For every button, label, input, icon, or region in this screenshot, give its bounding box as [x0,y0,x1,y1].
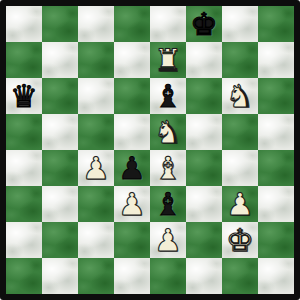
square-e1[interactable] [150,258,186,294]
square-b6[interactable] [42,78,78,114]
square-a7[interactable] [6,42,42,78]
square-h7[interactable] [258,42,294,78]
square-b8[interactable] [42,6,78,42]
black-bishop[interactable]: ♝ [154,186,182,222]
square-f6[interactable] [186,78,222,114]
square-d1[interactable] [114,258,150,294]
black-king[interactable]: ♚ [190,6,218,42]
square-b3[interactable] [42,186,78,222]
white-pawn[interactable]: ♟ [154,222,182,258]
square-f3[interactable] [186,186,222,222]
square-d8[interactable] [114,6,150,42]
square-h3[interactable] [258,186,294,222]
square-d2[interactable] [114,222,150,258]
square-c1[interactable] [78,258,114,294]
square-g6[interactable]: ♞ [222,78,258,114]
white-bishop[interactable]: ♝ [154,150,182,186]
square-d6[interactable] [114,78,150,114]
square-b2[interactable] [42,222,78,258]
square-h8[interactable] [258,6,294,42]
square-c2[interactable] [78,222,114,258]
square-a8[interactable] [6,6,42,42]
white-pawn[interactable]: ♟ [118,186,146,222]
square-b7[interactable] [42,42,78,78]
square-f2[interactable] [186,222,222,258]
square-h5[interactable] [258,114,294,150]
square-d3[interactable]: ♟ [114,186,150,222]
square-c5[interactable] [78,114,114,150]
square-e2[interactable]: ♟ [150,222,186,258]
square-a1[interactable] [6,258,42,294]
square-f5[interactable] [186,114,222,150]
square-g5[interactable] [222,114,258,150]
square-g2[interactable]: ♚ [222,222,258,258]
square-h4[interactable] [258,150,294,186]
black-pawn[interactable]: ♟ [118,150,146,186]
square-c8[interactable] [78,6,114,42]
square-g3[interactable]: ♟ [222,186,258,222]
square-g7[interactable] [222,42,258,78]
square-a4[interactable] [6,150,42,186]
square-e4[interactable]: ♝ [150,150,186,186]
square-b5[interactable] [42,114,78,150]
square-g1[interactable] [222,258,258,294]
square-d5[interactable] [114,114,150,150]
square-a2[interactable] [6,222,42,258]
square-a3[interactable] [6,186,42,222]
chess-board-frame: ♚♜♛♝♞♞♟♟♝♟♝♟♟♚ [0,0,300,300]
white-pawn[interactable]: ♟ [82,150,110,186]
black-queen[interactable]: ♛ [10,78,38,114]
square-d4[interactable]: ♟ [114,150,150,186]
square-a5[interactable] [6,114,42,150]
square-c3[interactable] [78,186,114,222]
square-e8[interactable] [150,6,186,42]
square-e7[interactable]: ♜ [150,42,186,78]
square-h6[interactable] [258,78,294,114]
square-d7[interactable] [114,42,150,78]
square-e3[interactable]: ♝ [150,186,186,222]
square-h2[interactable] [258,222,294,258]
square-c6[interactable] [78,78,114,114]
square-f4[interactable] [186,150,222,186]
chess-board: ♚♜♛♝♞♞♟♟♝♟♝♟♟♚ [6,6,294,294]
square-a6[interactable]: ♛ [6,78,42,114]
square-f7[interactable] [186,42,222,78]
white-knight[interactable]: ♞ [154,114,182,150]
white-rook[interactable]: ♜ [154,42,182,78]
square-g4[interactable] [222,150,258,186]
white-king[interactable]: ♚ [226,222,254,258]
white-pawn[interactable]: ♟ [226,186,254,222]
square-c7[interactable] [78,42,114,78]
white-knight[interactable]: ♞ [226,78,254,114]
square-c4[interactable]: ♟ [78,150,114,186]
black-bishop[interactable]: ♝ [154,78,182,114]
square-b1[interactable] [42,258,78,294]
square-b4[interactable] [42,150,78,186]
square-e6[interactable]: ♝ [150,78,186,114]
square-e5[interactable]: ♞ [150,114,186,150]
square-f8[interactable]: ♚ [186,6,222,42]
square-f1[interactable] [186,258,222,294]
square-g8[interactable] [222,6,258,42]
square-h1[interactable] [258,258,294,294]
